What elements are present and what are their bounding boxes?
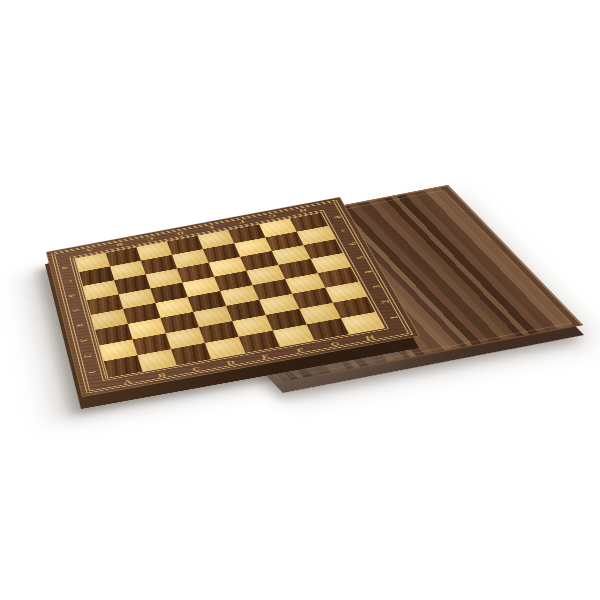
product-photo: AABBCCDDEEFFGGHH8877665544332211 bbox=[0, 0, 600, 600]
rank-label-right-5: 5 bbox=[355, 255, 366, 259]
rank-label-left-7: 7 bbox=[63, 279, 73, 283]
file-label-bottom-g: G bbox=[330, 341, 341, 347]
rank-label-left-8: 8 bbox=[59, 266, 69, 270]
file-label-bottom-b: B bbox=[157, 372, 167, 379]
rank-label-right-7: 7 bbox=[340, 228, 351, 232]
file-label-top-a: A bbox=[85, 248, 93, 253]
rank-label-right-2: 2 bbox=[379, 299, 391, 304]
file-label-top-c: C bbox=[146, 236, 154, 241]
file-label-top-h: H bbox=[298, 208, 308, 213]
file-label-top-b: B bbox=[115, 242, 123, 247]
rank-label-right-3: 3 bbox=[371, 284, 383, 289]
file-label-bottom-c: C bbox=[192, 366, 201, 372]
file-label-top-g: G bbox=[267, 213, 276, 218]
file-label-bottom-d: D bbox=[226, 360, 236, 367]
file-label-top-e: E bbox=[207, 225, 215, 230]
file-label-bottom-f: F bbox=[296, 347, 305, 353]
rank-label-left-4: 4 bbox=[74, 323, 85, 328]
rank-label-right-1: 1 bbox=[388, 315, 400, 320]
rank-label-right-8: 8 bbox=[332, 215, 343, 219]
rank-label-right-4: 4 bbox=[363, 269, 375, 274]
file-label-top-d: D bbox=[176, 231, 185, 236]
file-label-bottom-h: H bbox=[364, 335, 376, 342]
file-label-top-f: F bbox=[237, 219, 245, 224]
rank-label-left-2: 2 bbox=[82, 353, 93, 358]
rank-label-left-3: 3 bbox=[78, 338, 89, 343]
file-label-bottom-e: E bbox=[261, 354, 270, 360]
rank-label-left-6: 6 bbox=[67, 293, 77, 297]
rank-label-left-5: 5 bbox=[70, 308, 80, 313]
rank-label-right-6: 6 bbox=[347, 241, 358, 245]
rank-label-left-1: 1 bbox=[86, 370, 97, 375]
file-label-bottom-a: A bbox=[123, 379, 132, 385]
